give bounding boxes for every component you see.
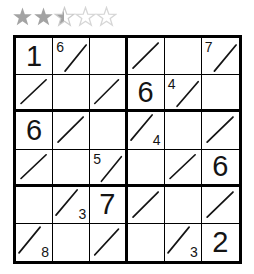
cell-r1c3[interactable] [90,38,127,75]
cell-r2c6[interactable] [202,75,239,112]
given-half-digit: 5 [93,152,101,166]
cell-r2c4[interactable]: 6 [128,75,165,112]
cell-r1c4[interactable] [128,38,165,75]
cell-r2c2[interactable] [53,75,90,112]
cell-r3c5[interactable] [165,112,202,149]
cell-r4c2[interactable] [53,150,90,187]
star-icon-3 [55,8,74,26]
cell-r2c1[interactable] [16,75,53,112]
slash-divider-icon [165,150,201,184]
star-icon-4 [76,8,95,26]
cell-r5c6[interactable] [202,187,239,224]
cell-r5c2[interactable]: 3 [53,187,90,224]
cell-r3c6[interactable] [202,112,239,149]
given-digit: 6 [26,116,42,145]
given-half-digit: 3 [79,207,87,221]
cell-r5c5[interactable] [165,187,202,224]
cell-r1c2[interactable]: 6 [53,38,90,75]
cell-r3c4[interactable]: 4 [128,112,165,149]
slash-divider-icon [90,224,124,261]
slash-divider-icon [128,187,164,223]
given-digit: 7 [99,190,115,219]
star-icon-2 [34,8,53,26]
puzzle-page: 16764645637832 [0,0,254,274]
difficulty-star-rating [12,6,117,28]
cell-r6c5[interactable]: 3 [165,224,202,261]
cell-r4c6[interactable]: 6 [202,150,239,187]
slash-divider-icon [202,187,239,223]
given-digit: 6 [212,152,228,181]
slash-divider-icon [16,75,52,109]
cell-r6c2[interactable] [53,224,90,261]
given-digit: 2 [212,228,228,257]
cell-r1c5[interactable] [165,38,202,75]
cell-r1c6[interactable]: 7 [202,38,239,75]
cell-r6c4[interactable] [128,224,165,261]
given-digit: 1 [26,42,42,71]
slash-divider-icon [128,38,164,74]
slash-divider-icon [53,112,89,148]
cell-r2c5[interactable]: 4 [165,75,202,112]
cell-r6c3[interactable] [90,224,127,261]
slash-divider-icon [202,112,239,148]
cell-r1c1[interactable]: 1 [16,38,53,75]
given-half-digit: 8 [41,245,49,259]
cell-r3c1[interactable]: 6 [16,112,53,149]
cell-r4c5[interactable] [165,150,202,187]
given-half-digit: 4 [153,133,161,147]
star-icon-5 [97,8,116,26]
given-half-digit: 3 [190,245,198,259]
cell-r3c2[interactable] [53,112,90,149]
given-digit: 6 [138,78,154,107]
star-icon-1 [13,8,32,26]
slash-divider-icon [16,150,52,184]
cell-r6c1[interactable]: 8 [16,224,53,261]
given-half-digit: 7 [205,40,213,54]
cell-r5c3[interactable]: 7 [90,187,127,224]
sudoku-grid: 16764645637832 [13,35,242,264]
cell-r2c3[interactable] [90,75,127,112]
given-half-digit: 4 [168,77,176,91]
cell-r4c3[interactable]: 5 [90,150,127,187]
cell-r5c4[interactable] [128,187,165,224]
given-half-digit: 6 [56,40,64,54]
slash-divider-icon [90,75,124,109]
cell-r3c3[interactable] [90,112,127,149]
cell-r4c1[interactable] [16,150,53,187]
cell-r5c1[interactable] [16,187,53,224]
cell-r6c6[interactable]: 2 [202,224,239,261]
cell-r4c4[interactable] [128,150,165,187]
